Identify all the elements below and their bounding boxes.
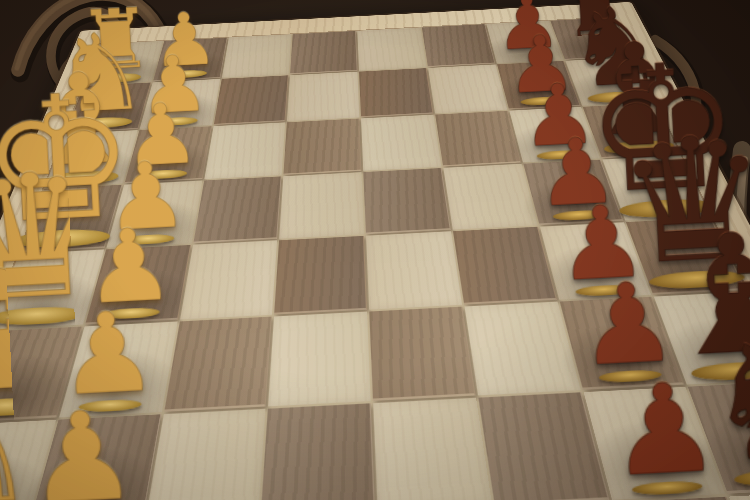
- chess-scene: ♜♟♟♜♞♟♟♞♝♟♟♝♚♟♟♚♛♟♟♛♝♟♟♝♞♟♟♞♜♟♟♜: [0, 0, 750, 500]
- square-f3[interactable]: [204, 122, 285, 179]
- square-d3[interactable]: [180, 240, 278, 319]
- square-h4[interactable]: [290, 31, 357, 74]
- square-c4[interactable]: [268, 311, 370, 405]
- square-g5[interactable]: [359, 68, 433, 117]
- square-d6[interactable]: [453, 227, 557, 305]
- square-c5[interactable]: [369, 306, 475, 400]
- square-e6[interactable]: [443, 164, 537, 230]
- square-d5[interactable]: [366, 231, 462, 309]
- piece-glyph: ♟: [640, 491, 750, 500]
- square-d4[interactable]: [274, 236, 367, 314]
- square-f6[interactable]: [435, 111, 521, 167]
- square-g4[interactable]: [287, 72, 359, 121]
- square-b5[interactable]: [373, 397, 492, 500]
- square-g3[interactable]: [213, 75, 288, 125]
- square-f5[interactable]: [361, 114, 441, 171]
- chess-board: ♜♟♟♜♞♟♟♞♝♟♟♝♚♟♟♚♛♟♟♛♝♟♟♝♞♟♟♞♜♟♟♜: [0, 2, 750, 500]
- square-f4[interactable]: [284, 118, 362, 175]
- square-e5[interactable]: [363, 168, 450, 234]
- square-b3[interactable]: [144, 408, 266, 500]
- square-b2[interactable]: ♟: [27, 414, 161, 500]
- square-e3[interactable]: [193, 177, 282, 244]
- black-pawn-a7[interactable]: ♟: [640, 491, 750, 500]
- board-perspective-scene: ♜♟♟♜♞♟♟♞♝♟♟♝♚♟♟♚♛♟♟♛♝♟♟♝♞♟♟♞♜♟♟♜: [0, 0, 750, 500]
- square-h6[interactable]: [422, 24, 495, 67]
- square-b4[interactable]: [261, 403, 375, 500]
- square-c3[interactable]: [164, 316, 272, 411]
- square-e4[interactable]: [279, 172, 364, 238]
- square-g6[interactable]: [428, 64, 507, 113]
- square-h3[interactable]: [222, 34, 292, 77]
- square-h5[interactable]: [357, 28, 426, 71]
- board-grid: ♜♟♟♜♞♟♟♞♝♟♟♝♚♟♟♚♛♟♟♛♝♟♟♝♞♟♟♞♜♟♟♜: [0, 17, 750, 500]
- piece-glyph: ♟: [606, 372, 723, 491]
- square-b6[interactable]: [478, 392, 609, 500]
